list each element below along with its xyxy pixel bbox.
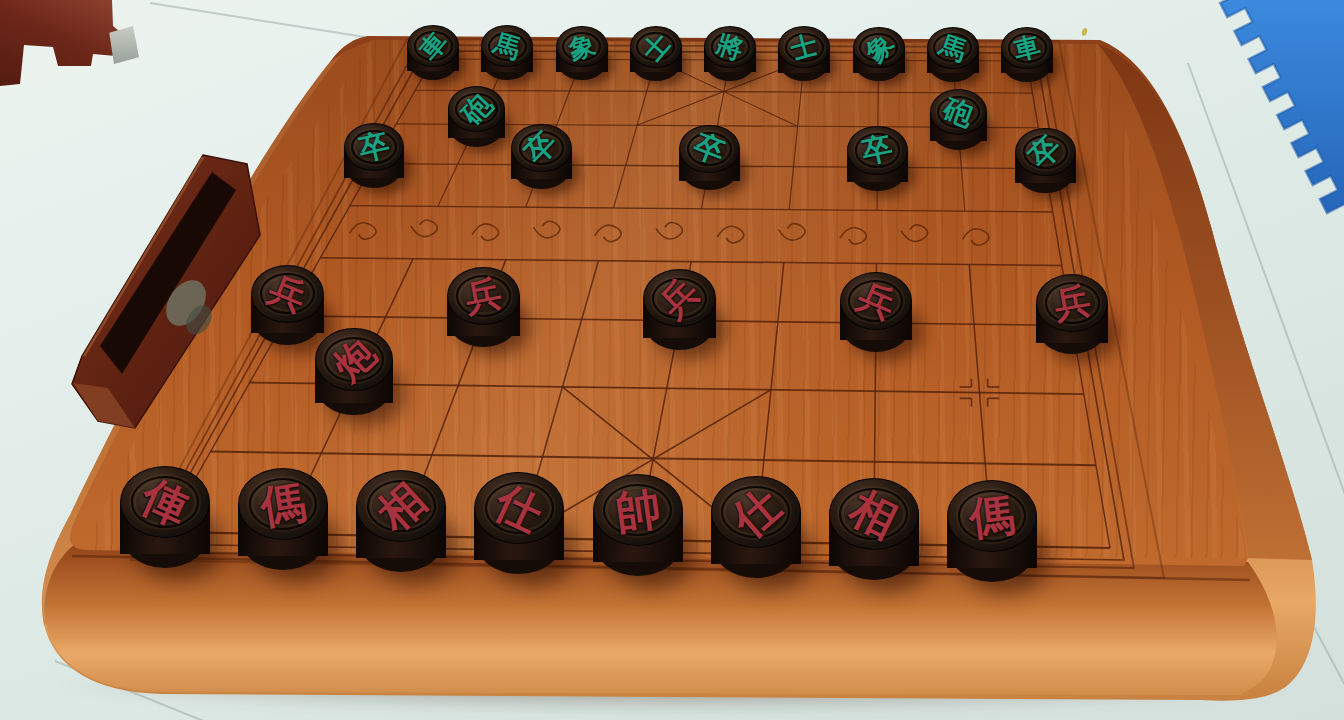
piece-red-advisor[interactable]: 仕: [474, 472, 564, 574]
piece-red-cannon[interactable]: 炮: [315, 328, 393, 415]
piece-black-elephant[interactable]: 象: [556, 26, 608, 81]
piece-black-cannon[interactable]: 砲: [448, 86, 505, 147]
piece-character-general: 帥: [589, 469, 686, 551]
piece-top-face: 炮: [315, 328, 393, 390]
piece-top-face: 士: [630, 26, 682, 68]
piece-top-face: 砲: [930, 89, 987, 135]
piece-black-soldier[interactable]: 卒: [679, 125, 739, 190]
piece-top-face: 卒: [847, 126, 907, 174]
piece-top-face: 砲: [448, 86, 505, 132]
piece-black-soldier[interactable]: 卒: [511, 124, 571, 189]
piece-red-advisor[interactable]: 仕: [711, 476, 801, 578]
piece-black-soldier[interactable]: 卒: [1015, 128, 1075, 193]
piece-red-elephant[interactable]: 相: [829, 478, 919, 580]
piece-top-face: 車: [407, 25, 459, 67]
board-grid: [0, 0, 1344, 720]
piece-red-general[interactable]: 帥: [593, 474, 683, 576]
piece-top-face: 相: [356, 470, 446, 542]
piece-top-face: 俥: [120, 466, 210, 538]
piece-red-chariot[interactable]: 俥: [120, 466, 210, 568]
piece-black-advisor[interactable]: 士: [778, 26, 830, 81]
piece-black-cannon[interactable]: 砲: [930, 89, 987, 150]
piece-top-face: 仕: [474, 472, 564, 544]
piece-red-horse[interactable]: 傌: [238, 468, 328, 570]
piece-top-face: 兵: [251, 265, 324, 323]
piece-top-face: 象: [556, 26, 608, 68]
piece-top-face: 車: [1001, 27, 1053, 69]
piece-top-face: 卒: [679, 125, 739, 173]
piece-top-face: 帥: [593, 474, 683, 546]
piece-top-face: 仕: [711, 476, 801, 548]
piece-black-horse[interactable]: 馬: [927, 27, 979, 82]
photo-scene: 車馬象士將士象馬車砲砲卒卒卒卒卒兵兵兵兵兵炮俥傌相仕帥仕相傌: [0, 0, 1344, 720]
piece-top-face: 馬: [481, 25, 533, 67]
piece-character-horse: 傌: [234, 463, 332, 546]
piece-black-chariot[interactable]: 車: [1001, 27, 1053, 82]
piece-red-elephant[interactable]: 相: [356, 470, 446, 572]
piece-top-face: 將: [704, 26, 756, 68]
piece-top-face: 馬: [927, 27, 979, 69]
piece-black-advisor[interactable]: 士: [630, 26, 682, 81]
piece-black-soldier[interactable]: 卒: [847, 126, 907, 191]
piece-top-face: 象: [853, 27, 905, 69]
piece-top-face: 兵: [840, 272, 913, 330]
piece-red-soldier[interactable]: 兵: [1036, 274, 1109, 354]
river-ornament: [350, 220, 989, 245]
piece-top-face: 傌: [238, 468, 328, 540]
piece-red-horse[interactable]: 傌: [947, 480, 1037, 582]
piece-black-soldier[interactable]: 卒: [344, 123, 404, 188]
piece-red-soldier[interactable]: 兵: [643, 269, 716, 349]
piece-character-horse: 傌: [944, 476, 1040, 556]
piece-black-horse[interactable]: 馬: [481, 25, 533, 80]
piece-top-face: 相: [829, 478, 919, 550]
piece-red-soldier[interactable]: 兵: [840, 272, 913, 352]
piece-top-face: 卒: [344, 123, 404, 171]
piece-top-face: 兵: [1036, 274, 1109, 332]
piece-top-face: 兵: [447, 267, 520, 325]
piece-top-face: 傌: [947, 480, 1037, 552]
piece-top-face: 士: [778, 26, 830, 68]
piece-black-chariot[interactable]: 車: [407, 25, 459, 80]
piece-red-soldier[interactable]: 兵: [447, 267, 520, 347]
piece-red-soldier[interactable]: 兵: [251, 265, 324, 345]
piece-top-face: 卒: [511, 124, 571, 172]
piece-top-face: 卒: [1015, 128, 1075, 176]
piece-black-elephant[interactable]: 象: [853, 27, 905, 82]
piece-black-general[interactable]: 將: [704, 26, 756, 81]
